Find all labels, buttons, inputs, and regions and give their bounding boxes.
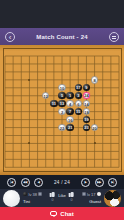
- fast-forward-button[interactable]: ▶▶: [95, 178, 104, 187]
- replay-controls: |◀◀◀◀ 24 / 24 ▶▶▶▶|: [0, 175, 124, 189]
- back-button[interactable]: ‹: [5, 32, 15, 42]
- ctl-group-left: |◀◀◀◀: [7, 178, 43, 187]
- fast-rewind-button[interactable]: ◀◀: [21, 178, 30, 187]
- stone-white-move-2: 2: [58, 108, 65, 115]
- left-like-button[interactable]: [50, 192, 56, 197]
- right-like-button[interactable]: [69, 192, 75, 197]
- right-like-count: 0: [71, 198, 73, 202]
- chat-bubble-icon: [50, 211, 57, 216]
- right-rank-badge-icon: [82, 192, 86, 196]
- like-controls: 0 Like 0: [50, 192, 75, 202]
- player-panel: lv 38 Tini 0 Like 0 lv 17 Guest: [0, 189, 124, 207]
- step-back-button[interactable]: ◀: [34, 178, 43, 187]
- chat-bar[interactable]: Chat: [0, 207, 124, 220]
- page-title: Match Count - 24: [15, 34, 109, 40]
- stone-white-move-22: 22: [58, 124, 65, 131]
- step-forward-button[interactable]: ▶: [81, 178, 90, 187]
- move-counter: 24 / 24: [43, 180, 81, 185]
- skip-to-start-button[interactable]: |◀: [7, 178, 16, 187]
- header-bar: ‹ Match Count - 24: [0, 28, 124, 45]
- right-player-level: lv 17: [87, 192, 95, 197]
- black-stone-icon: [23, 192, 27, 196]
- left-like-count: 0: [51, 198, 53, 202]
- right-player-avatar[interactable]: [104, 190, 121, 207]
- stone-white-move-16: 16: [66, 116, 73, 123]
- board[interactable]: 123456789101112131415161718192021222324: [0, 45, 124, 175]
- left-player-name: Tini: [23, 199, 42, 204]
- chat-label: Chat: [60, 211, 73, 217]
- stone-black-move-11: 11: [50, 100, 57, 107]
- ctl-group-right: ▶▶▶▶|: [81, 178, 117, 187]
- app-screen: ‹ Match Count - 24 123456789101112131415…: [0, 0, 124, 220]
- white-stone-icon: [97, 192, 101, 196]
- message-icon[interactable]: [109, 32, 119, 42]
- stone-black-move-13: 13: [58, 100, 65, 107]
- like-label: Like: [58, 193, 66, 198]
- status-bar: [0, 0, 124, 28]
- left-rank-badge-icon: [38, 192, 42, 196]
- right-player-name: Guest: [82, 199, 101, 204]
- left-player-avatar[interactable]: [3, 190, 20, 207]
- stone-black-move-21: 21: [66, 124, 73, 131]
- skip-to-end-button[interactable]: ▶|: [108, 178, 117, 187]
- left-player-info: lv 38 Tini: [23, 191, 42, 204]
- left-player-level: lv 38: [29, 192, 37, 197]
- right-player-info: lv 17 Guest: [82, 191, 101, 204]
- stone-white-move-8: 8: [91, 76, 98, 83]
